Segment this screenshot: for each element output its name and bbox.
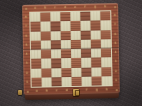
square-h1 — [101, 76, 111, 85]
file-labels-bottom: abcdefgh — [32, 88, 112, 93]
square-f6 — [81, 30, 91, 39]
coordinate-label: 6 — [113, 30, 117, 39]
rank-labels-right: 87654321 — [113, 11, 118, 85]
square-e1 — [71, 77, 81, 86]
square-c2 — [51, 68, 61, 77]
square-a2 — [31, 68, 41, 77]
coordinate-label: b — [42, 89, 52, 92]
coordinate-label: b — [40, 6, 50, 9]
coordinate-label: 7 — [113, 20, 117, 29]
coordinate-label: d — [60, 6, 70, 9]
square-e6 — [71, 30, 81, 39]
coordinate-label: g — [90, 5, 100, 8]
coordinate-label: 4 — [24, 50, 28, 59]
square-h6 — [101, 30, 111, 39]
coordinate-label: f — [80, 6, 90, 9]
corner-inlay-icon — [114, 6, 116, 8]
square-h2 — [101, 67, 111, 76]
square-h3 — [101, 57, 111, 66]
coordinate-label: c — [50, 6, 60, 9]
square-a3 — [31, 59, 41, 68]
coordinate-label: h — [100, 5, 110, 8]
square-f5 — [81, 39, 91, 48]
square-a5 — [31, 40, 41, 49]
square-c6 — [51, 31, 61, 40]
square-c7 — [50, 21, 60, 30]
square-d8 — [60, 12, 70, 21]
coordinate-label: c — [52, 89, 62, 92]
coordinate-label: g — [92, 88, 102, 91]
coordinate-label: a — [30, 7, 40, 10]
square-g5 — [91, 39, 101, 48]
square-a4 — [31, 50, 41, 59]
coordinate-label: 3 — [25, 59, 29, 68]
square-b5 — [41, 40, 51, 49]
square-b7 — [40, 22, 50, 31]
square-f2 — [81, 67, 91, 76]
square-a6 — [31, 31, 41, 40]
rank-labels-left: 87654321 — [24, 13, 29, 87]
square-e2 — [71, 67, 81, 76]
square-b2 — [41, 68, 51, 77]
file-labels-top: abcdefgh — [30, 5, 110, 10]
corner-inlay-icon — [26, 90, 28, 92]
square-h5 — [101, 39, 111, 48]
square-f3 — [81, 58, 91, 67]
coordinate-label: 5 — [113, 39, 117, 48]
square-b1 — [41, 77, 51, 86]
coordinate-label: h — [102, 88, 112, 91]
playing-area — [29, 10, 112, 88]
coordinate-label: d — [62, 89, 72, 92]
square-d4 — [61, 49, 71, 58]
coordinate-label: 8 — [24, 13, 28, 22]
square-g2 — [91, 67, 101, 76]
board-frame: abcdefgh abcdefgh 87654321 87654321 — [22, 3, 120, 95]
coordinate-label: f — [82, 89, 92, 92]
square-e5 — [71, 40, 81, 49]
square-f1 — [81, 76, 91, 85]
square-f7 — [80, 21, 90, 30]
coordinate-label: 4 — [113, 48, 117, 57]
square-d3 — [61, 58, 71, 67]
square-d6 — [61, 31, 71, 40]
square-b4 — [41, 49, 51, 58]
corner-inlay-icon — [25, 7, 27, 9]
square-d5 — [61, 40, 71, 49]
squares-grid — [30, 11, 111, 87]
square-g1 — [91, 76, 101, 85]
square-b3 — [41, 59, 51, 68]
chess-board: abcdefgh abcdefgh 87654321 87654321 — [22, 3, 120, 100]
photo-scene: abcdefgh abcdefgh 87654321 87654321 — [0, 0, 142, 106]
corner-inlay-icon — [115, 89, 117, 91]
square-g6 — [91, 30, 101, 39]
coordinate-label: a — [32, 90, 42, 93]
square-f4 — [81, 49, 91, 58]
square-g3 — [91, 58, 101, 67]
brass-hinge-icon — [18, 90, 22, 95]
coordinate-label: 2 — [25, 68, 29, 77]
square-g8 — [90, 11, 100, 20]
square-c3 — [51, 58, 61, 67]
coordinate-label: 1 — [114, 76, 118, 85]
square-e7 — [70, 21, 80, 30]
square-h8 — [100, 11, 110, 20]
square-c5 — [51, 40, 61, 49]
square-f8 — [80, 12, 90, 21]
square-e8 — [70, 12, 80, 21]
coordinate-label: 2 — [114, 67, 118, 76]
square-e4 — [71, 49, 81, 58]
coordinate-label: 7 — [24, 22, 28, 31]
square-d7 — [60, 21, 70, 30]
coordinate-label: 5 — [24, 41, 28, 50]
coordinate-label: 6 — [24, 31, 28, 40]
coordinate-label: 3 — [114, 57, 118, 66]
square-a7 — [30, 22, 40, 31]
coordinate-label: 8 — [113, 11, 117, 20]
square-e3 — [71, 58, 81, 67]
square-c4 — [51, 49, 61, 58]
square-c1 — [51, 77, 61, 86]
square-b8 — [40, 12, 50, 21]
square-h7 — [100, 20, 110, 29]
square-a1 — [31, 77, 41, 86]
coordinate-label: e — [70, 6, 80, 9]
square-b6 — [41, 31, 51, 40]
square-d1 — [61, 77, 71, 86]
square-a8 — [30, 13, 40, 22]
square-c8 — [50, 12, 60, 21]
brass-clasp-icon — [73, 89, 79, 96]
square-d2 — [61, 67, 71, 76]
coordinate-label: 1 — [25, 78, 29, 87]
square-g4 — [91, 48, 101, 57]
square-g7 — [90, 21, 100, 30]
square-h4 — [101, 48, 111, 57]
